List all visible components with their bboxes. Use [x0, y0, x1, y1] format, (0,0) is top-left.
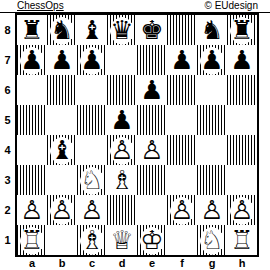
square-h8[interactable]: ♜ — [227, 15, 257, 45]
file-label-d: d — [107, 257, 137, 270]
square-d8[interactable]: ♛ — [107, 15, 137, 45]
square-b8[interactable]: ♞ — [47, 15, 77, 45]
header-bar: ChessOps © EUdesign — [0, 0, 270, 13]
file-label-f: f — [167, 257, 197, 270]
square-b2[interactable]: ♙ — [47, 195, 77, 225]
copyright-link[interactable]: © EUdesign — [204, 0, 258, 12]
square-h6[interactable] — [227, 75, 257, 105]
piece-black-rook: ♜ — [17, 15, 47, 45]
rank-label-7: 7 — [0, 45, 15, 75]
square-h7[interactable]: ♟ — [227, 45, 257, 75]
square-h1[interactable]: ♖ — [227, 225, 257, 255]
square-g7[interactable]: ♟ — [197, 45, 227, 75]
square-e2[interactable] — [137, 195, 167, 225]
square-e6[interactable]: ♟ — [137, 75, 167, 105]
square-c3[interactable]: ♘ — [77, 165, 107, 195]
app-title-link[interactable]: ChessOps — [17, 0, 64, 12]
piece-black-queen: ♛ — [107, 15, 137, 45]
piece-black-pawn: ♟ — [197, 45, 227, 75]
square-e1[interactable]: ♔ — [137, 225, 167, 255]
piece-white-rook: ♖ — [17, 225, 47, 255]
piece-black-pawn: ♟ — [77, 45, 107, 75]
file-label-h: h — [227, 257, 257, 270]
square-e4[interactable]: ♙ — [137, 135, 167, 165]
file-label-c: c — [77, 257, 107, 270]
rank-label-2: 2 — [0, 195, 15, 225]
square-e3[interactable] — [137, 165, 167, 195]
square-d2[interactable] — [107, 195, 137, 225]
square-d7[interactable] — [107, 45, 137, 75]
square-f7[interactable]: ♟ — [167, 45, 197, 75]
square-c4[interactable] — [77, 135, 107, 165]
square-c5[interactable] — [77, 105, 107, 135]
square-g8[interactable]: ♞ — [197, 15, 227, 45]
piece-black-pawn: ♟ — [107, 105, 137, 135]
square-c1[interactable]: ♗ — [77, 225, 107, 255]
square-c6[interactable] — [77, 75, 107, 105]
piece-white-rook: ♖ — [227, 225, 257, 255]
piece-black-knight: ♞ — [47, 15, 77, 45]
square-b4[interactable]: ♝ — [47, 135, 77, 165]
piece-black-pawn: ♟ — [167, 45, 197, 75]
square-b1[interactable] — [47, 225, 77, 255]
square-f6[interactable] — [167, 75, 197, 105]
square-f5[interactable] — [167, 105, 197, 135]
piece-white-pawn: ♙ — [167, 195, 197, 225]
square-e7[interactable] — [137, 45, 167, 75]
piece-black-pawn: ♟ — [137, 75, 167, 105]
piece-white-queen: ♕ — [107, 225, 137, 255]
file-label-a: a — [17, 257, 47, 270]
piece-white-bishop: ♗ — [77, 225, 107, 255]
file-label-e: e — [137, 257, 167, 270]
piece-white-king: ♔ — [137, 225, 167, 255]
square-f3[interactable] — [167, 165, 197, 195]
piece-black-knight: ♞ — [197, 15, 227, 45]
file-labels: abcdefgh — [0, 257, 270, 270]
square-b5[interactable] — [47, 105, 77, 135]
piece-white-pawn: ♙ — [137, 135, 167, 165]
square-g5[interactable] — [197, 105, 227, 135]
rank-label-8: 8 — [0, 15, 15, 45]
square-b3[interactable] — [47, 165, 77, 195]
piece-black-pawn: ♟ — [227, 45, 257, 75]
square-h4[interactable] — [227, 135, 257, 165]
piece-white-bishop: ♗ — [107, 165, 137, 195]
piece-white-pawn: ♙ — [197, 195, 227, 225]
square-h3[interactable] — [227, 165, 257, 195]
square-a2[interactable]: ♙ — [17, 195, 47, 225]
square-b7[interactable]: ♟ — [47, 45, 77, 75]
square-g3[interactable] — [197, 165, 227, 195]
piece-white-pawn: ♙ — [47, 195, 77, 225]
square-g4[interactable] — [197, 135, 227, 165]
piece-black-king: ♚ — [137, 15, 167, 45]
square-h2[interactable]: ♙ — [227, 195, 257, 225]
square-e8[interactable]: ♚ — [137, 15, 167, 45]
square-a7[interactable]: ♟ — [17, 45, 47, 75]
rank-labels: 87654321 — [0, 13, 15, 257]
piece-black-bishop: ♝ — [47, 135, 77, 165]
chess-board: ♜♞♝♛♚♞♜♟♟♟♟♟♟♟♟♝♙♙♘♗♙♙♙♙♙♙♖♗♕♔♘♖ — [15, 13, 259, 257]
square-g1[interactable]: ♘ — [197, 225, 227, 255]
rank-label-4: 4 — [0, 135, 15, 165]
file-label-g: g — [197, 257, 227, 270]
square-f2[interactable]: ♙ — [167, 195, 197, 225]
rank-label-3: 3 — [0, 165, 15, 195]
square-a3[interactable] — [17, 165, 47, 195]
square-f8[interactable] — [167, 15, 197, 45]
square-d3[interactable]: ♗ — [107, 165, 137, 195]
rank-label-1: 1 — [0, 225, 15, 255]
file-label-b: b — [47, 257, 77, 270]
square-d1[interactable]: ♕ — [107, 225, 137, 255]
rank-label-5: 5 — [0, 105, 15, 135]
piece-white-knight: ♘ — [197, 225, 227, 255]
square-b6[interactable] — [47, 75, 77, 105]
board-area: 87654321 ♜♞♝♛♚♞♜♟♟♟♟♟♟♟♟♝♙♙♘♗♙♙♙♙♙♙♖♗♕♔♘… — [0, 13, 270, 257]
piece-white-pawn: ♙ — [17, 195, 47, 225]
piece-white-pawn: ♙ — [227, 195, 257, 225]
square-a5[interactable] — [17, 105, 47, 135]
square-d5[interactable]: ♟ — [107, 105, 137, 135]
piece-black-rook: ♜ — [227, 15, 257, 45]
square-h5[interactable] — [227, 105, 257, 135]
square-d4[interactable]: ♙ — [107, 135, 137, 165]
piece-white-knight: ♘ — [77, 165, 107, 195]
square-e5[interactable] — [137, 105, 167, 135]
square-g6[interactable] — [197, 75, 227, 105]
square-c8[interactable]: ♝ — [77, 15, 107, 45]
piece-white-pawn: ♙ — [77, 195, 107, 225]
square-f1[interactable] — [167, 225, 197, 255]
square-c2[interactable]: ♙ — [77, 195, 107, 225]
square-g2[interactable]: ♙ — [197, 195, 227, 225]
square-c7[interactable]: ♟ — [77, 45, 107, 75]
square-d6[interactable] — [107, 75, 137, 105]
rank-label-6: 6 — [0, 75, 15, 105]
square-a1[interactable]: ♖ — [17, 225, 47, 255]
piece-white-pawn: ♙ — [107, 135, 137, 165]
square-a6[interactable] — [17, 75, 47, 105]
square-a8[interactable]: ♜ — [17, 15, 47, 45]
piece-black-pawn: ♟ — [17, 45, 47, 75]
piece-black-pawn: ♟ — [47, 45, 77, 75]
square-a4[interactable] — [17, 135, 47, 165]
piece-black-bishop: ♝ — [77, 15, 107, 45]
square-f4[interactable] — [167, 135, 197, 165]
